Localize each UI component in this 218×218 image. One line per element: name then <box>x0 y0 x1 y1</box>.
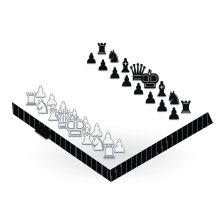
chess-set-product-photo: ♜♞♝♛♚♝♞♜♟♟♟♟♟♟♟♟♟♟♟♟♟♟♟♟♜♞♝♛♚♝♞♜ <box>0 0 218 218</box>
white-rook-h1: ♜ <box>101 143 118 162</box>
pieces-layer: ♜♞♝♛♚♝♞♜♟♟♟♟♟♟♟♟♟♟♟♟♟♟♟♟♜♞♝♛♚♝♞♜ <box>0 0 218 218</box>
black-pawn-h7: ♟ <box>167 106 181 122</box>
